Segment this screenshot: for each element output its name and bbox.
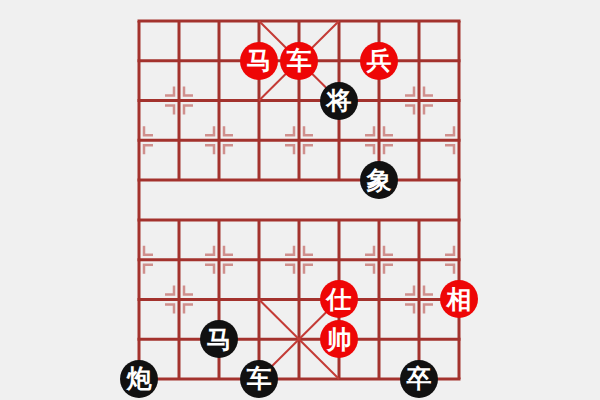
point-f6r6[interactable] xyxy=(319,200,359,240)
point-f4r5[interactable] xyxy=(239,160,279,200)
point-f1r7[interactable] xyxy=(119,240,159,280)
point-f6r7[interactable] xyxy=(319,240,359,280)
black-elephant[interactable]: 象 xyxy=(360,161,398,199)
red-horse[interactable]: 马 xyxy=(240,42,278,80)
point-f2r4[interactable] xyxy=(159,120,199,160)
point-f3r7[interactable] xyxy=(199,240,239,280)
point-f2r2[interactable] xyxy=(159,41,199,81)
point-f4r7[interactable] xyxy=(239,240,279,280)
point-f2r8[interactable] xyxy=(159,279,199,319)
point-f7r2[interactable]: 兵 xyxy=(359,41,399,81)
point-f2r7[interactable] xyxy=(159,240,199,280)
point-f8r2[interactable] xyxy=(399,41,439,81)
point-f3r10[interactable] xyxy=(199,359,239,399)
point-f6r3[interactable]: 将 xyxy=(319,81,359,121)
point-f9r2[interactable] xyxy=(439,41,479,81)
point-f4r3[interactable] xyxy=(239,81,279,121)
point-f7r5[interactable]: 象 xyxy=(359,160,399,200)
point-f3r2[interactable] xyxy=(199,41,239,81)
point-f9r7[interactable] xyxy=(439,240,479,280)
point-f6r1[interactable] xyxy=(319,1,359,41)
black-chariot[interactable]: 车 xyxy=(240,360,278,398)
red-elephant[interactable]: 相 xyxy=(440,280,478,318)
point-f9r6[interactable] xyxy=(439,200,479,240)
point-f7r6[interactable] xyxy=(359,200,399,240)
point-f6r9[interactable]: 帅 xyxy=(319,319,359,359)
black-general[interactable]: 将 xyxy=(320,82,358,120)
point-f5r4[interactable] xyxy=(279,120,319,160)
point-f3r1[interactable] xyxy=(199,1,239,41)
point-f4r9[interactable] xyxy=(239,319,279,359)
point-f3r4[interactable] xyxy=(199,120,239,160)
red-chariot[interactable]: 车 xyxy=(280,42,318,80)
point-f5r9[interactable] xyxy=(279,319,319,359)
point-f8r7[interactable] xyxy=(399,240,439,280)
point-f1r1[interactable] xyxy=(119,1,159,41)
point-f8r1[interactable] xyxy=(399,1,439,41)
point-f1r3[interactable] xyxy=(119,81,159,121)
point-f4r1[interactable] xyxy=(239,1,279,41)
point-f8r9[interactable] xyxy=(399,319,439,359)
point-f9r5[interactable] xyxy=(439,160,479,200)
point-f5r1[interactable] xyxy=(279,1,319,41)
point-f4r6[interactable] xyxy=(239,200,279,240)
point-f4r4[interactable] xyxy=(239,120,279,160)
point-f9r9[interactable] xyxy=(439,319,479,359)
point-f1r10[interactable]: 炮 xyxy=(119,359,159,399)
point-f6r5[interactable] xyxy=(319,160,359,200)
point-f8r10[interactable]: 卒 xyxy=(399,359,439,399)
point-f7r7[interactable] xyxy=(359,240,399,280)
point-f9r1[interactable] xyxy=(439,1,479,41)
point-f5r10[interactable] xyxy=(279,359,319,399)
point-f5r8[interactable] xyxy=(279,279,319,319)
point-f9r8[interactable]: 相 xyxy=(439,279,479,319)
point-f6r2[interactable] xyxy=(319,41,359,81)
point-f4r2[interactable]: 马 xyxy=(239,41,279,81)
red-soldier[interactable]: 兵 xyxy=(360,42,398,80)
black-cannon[interactable]: 炮 xyxy=(120,360,158,398)
point-f5r2[interactable]: 车 xyxy=(279,41,319,81)
point-f6r10[interactable] xyxy=(319,359,359,399)
red-general[interactable]: 帅 xyxy=(320,320,358,358)
point-f9r4[interactable] xyxy=(439,120,479,160)
point-f8r8[interactable] xyxy=(399,279,439,319)
point-f7r9[interactable] xyxy=(359,319,399,359)
point-f1r8[interactable] xyxy=(119,279,159,319)
point-f2r5[interactable] xyxy=(159,160,199,200)
black-soldier[interactable]: 卒 xyxy=(400,360,438,398)
point-f5r7[interactable] xyxy=(279,240,319,280)
point-f4r10[interactable]: 车 xyxy=(239,359,279,399)
point-f9r3[interactable] xyxy=(439,81,479,121)
point-f2r6[interactable] xyxy=(159,200,199,240)
point-f7r4[interactable] xyxy=(359,120,399,160)
point-f8r3[interactable] xyxy=(399,81,439,121)
point-f1r2[interactable] xyxy=(119,41,159,81)
point-f8r5[interactable] xyxy=(399,160,439,200)
point-f5r5[interactable] xyxy=(279,160,319,200)
point-f3r5[interactable] xyxy=(199,160,239,200)
point-f3r3[interactable] xyxy=(199,81,239,121)
point-f7r10[interactable] xyxy=(359,359,399,399)
point-f9r10[interactable] xyxy=(439,359,479,399)
point-f1r9[interactable] xyxy=(119,319,159,359)
point-f8r6[interactable] xyxy=(399,200,439,240)
point-f7r1[interactable] xyxy=(359,1,399,41)
point-f3r8[interactable] xyxy=(199,279,239,319)
point-f5r6[interactable] xyxy=(279,200,319,240)
xiangqi-board: 马车兵将象仕相马帅炮车卒 xyxy=(0,0,600,400)
point-f4r8[interactable] xyxy=(239,279,279,319)
point-f6r8[interactable]: 仕 xyxy=(319,279,359,319)
point-f2r10[interactable] xyxy=(159,359,199,399)
point-f2r9[interactable] xyxy=(159,319,199,359)
point-f1r5[interactable] xyxy=(119,160,159,200)
point-f3r9[interactable]: 马 xyxy=(199,319,239,359)
point-f5r3[interactable] xyxy=(279,81,319,121)
point-f8r4[interactable] xyxy=(399,120,439,160)
black-horse[interactable]: 马 xyxy=(200,320,238,358)
point-f7r3[interactable] xyxy=(359,81,399,121)
point-f2r1[interactable] xyxy=(159,1,199,41)
point-f2r3[interactable] xyxy=(159,81,199,121)
board-grid: 马车兵将象仕相马帅炮车卒 xyxy=(119,1,479,399)
red-advisor[interactable]: 仕 xyxy=(320,280,358,318)
point-f1r6[interactable] xyxy=(119,200,159,240)
point-f7r8[interactable] xyxy=(359,279,399,319)
point-f1r4[interactable] xyxy=(119,120,159,160)
point-f3r6[interactable] xyxy=(199,200,239,240)
point-f6r4[interactable] xyxy=(319,120,359,160)
